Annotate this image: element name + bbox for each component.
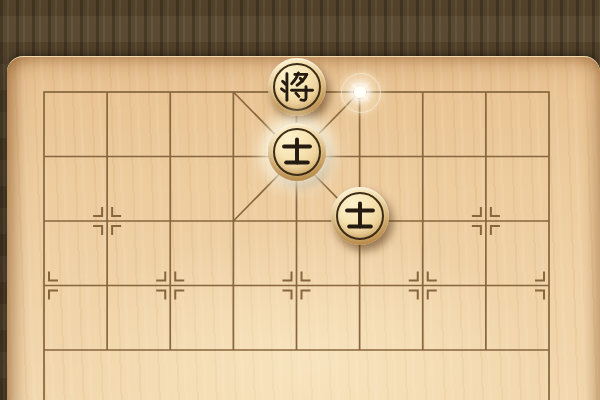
piece-glyph-jiang: [279, 69, 315, 105]
pieces-layer: [0, 0, 600, 400]
piece-black-advisor[interactable]: [331, 187, 389, 245]
game-screen: [0, 0, 600, 400]
piece-black-advisor[interactable]: [268, 123, 326, 181]
piece-glyph-shi: [279, 134, 315, 170]
sparkle-ray: [348, 80, 372, 104]
piece-black-general[interactable]: [268, 58, 326, 116]
sparkle-ring: [341, 73, 381, 113]
sparkle-ray: [348, 80, 372, 104]
sparkle-core: [353, 85, 367, 99]
piece-glyph-shi: [342, 198, 378, 234]
